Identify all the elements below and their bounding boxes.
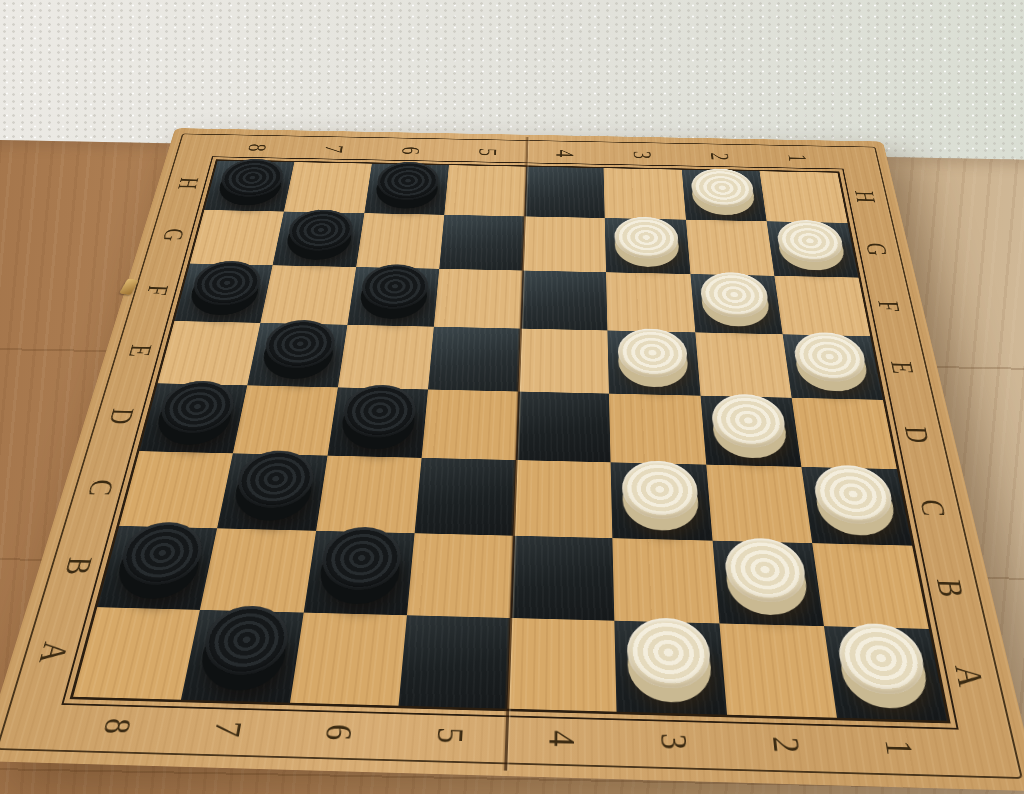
coord-label-e: E xyxy=(91,334,189,368)
square-e6[interactable] xyxy=(337,325,433,390)
square-d7[interactable] xyxy=(233,385,337,455)
coord-label-a: A xyxy=(0,628,113,677)
square-f2[interactable] xyxy=(690,274,782,334)
square-f6[interactable] xyxy=(347,267,439,327)
checkers-board: 87654321 87654321 HGFEDCBA HGFEDCBA xyxy=(0,128,1024,791)
black-checker-h6[interactable] xyxy=(374,169,440,209)
coord-label-g: G xyxy=(129,220,218,249)
coord-label-b: B xyxy=(895,566,1008,611)
square-e4[interactable] xyxy=(518,328,609,393)
coord-label-c: C xyxy=(880,487,987,528)
square-c7[interactable] xyxy=(217,454,327,531)
square-e7[interactable] xyxy=(247,323,347,388)
coord-label-5: 5 xyxy=(418,686,481,787)
square-f7[interactable] xyxy=(261,265,356,325)
coord-label-c: C xyxy=(47,468,154,508)
black-checker-c7[interactable] xyxy=(230,462,315,522)
square-c5[interactable] xyxy=(414,458,516,535)
black-checker-f6[interactable] xyxy=(358,273,430,319)
coord-label-f: F xyxy=(843,290,936,322)
square-g4[interactable] xyxy=(523,217,607,273)
coord-label-3: 3 xyxy=(622,131,664,179)
white-checker-b2[interactable] xyxy=(724,549,811,616)
square-d3[interactable] xyxy=(609,394,706,465)
coord-label-1: 1 xyxy=(774,134,822,183)
white-checker-h2[interactable] xyxy=(691,175,757,215)
square-c2[interactable] xyxy=(706,465,812,543)
square-b5[interactable] xyxy=(407,533,514,618)
square-g2[interactable] xyxy=(686,220,775,276)
square-b2[interactable] xyxy=(712,540,824,626)
square-c4[interactable] xyxy=(513,460,612,538)
square-f3[interactable] xyxy=(606,272,695,332)
square-d6[interactable] xyxy=(327,387,428,458)
coord-label-d: D xyxy=(867,416,969,454)
coord-label-e: E xyxy=(854,351,951,386)
square-c3[interactable] xyxy=(611,463,712,541)
white-checker-d2[interactable] xyxy=(711,403,790,458)
coord-label-2: 2 xyxy=(698,133,743,181)
square-e5[interactable] xyxy=(428,327,521,392)
square-d5[interactable] xyxy=(421,389,518,460)
coord-label-6: 6 xyxy=(388,127,433,175)
black-checker-d6[interactable] xyxy=(339,395,417,450)
coord-label-4: 4 xyxy=(545,130,585,178)
square-e2[interactable] xyxy=(695,332,792,398)
white-checker-c3[interactable] xyxy=(622,471,701,531)
white-checker-e3[interactable] xyxy=(618,337,690,388)
coord-label-4: 4 xyxy=(533,689,591,790)
coord-label-h: H xyxy=(823,183,909,210)
coord-label-b: B xyxy=(22,544,135,588)
black-checker-b6[interactable] xyxy=(316,539,402,605)
square-b7[interactable] xyxy=(200,528,316,612)
coord-label-5: 5 xyxy=(467,128,509,176)
black-checker-e7[interactable] xyxy=(259,330,336,380)
square-e3[interactable] xyxy=(608,330,701,395)
white-checker-g3[interactable] xyxy=(614,224,680,267)
square-f5[interactable] xyxy=(434,269,523,329)
coord-label-d: D xyxy=(70,398,172,435)
square-b6[interactable] xyxy=(303,530,414,615)
coord-label-7: 7 xyxy=(310,126,358,174)
black-checker-g7[interactable] xyxy=(283,218,354,261)
square-g5[interactable] xyxy=(439,215,524,270)
square-c6[interactable] xyxy=(316,456,422,533)
white-checker-f2[interactable] xyxy=(700,280,772,327)
coord-label-h: H xyxy=(145,170,231,197)
square-g3[interactable] xyxy=(605,218,690,274)
square-b3[interactable] xyxy=(613,538,719,623)
scene: 87654321 87654321 HGFEDCBA HGFEDCBA xyxy=(0,0,1024,794)
coord-label-g: G xyxy=(833,235,922,264)
square-g7[interactable] xyxy=(273,212,364,267)
coord-label-a: A xyxy=(911,652,1024,702)
square-f4[interactable] xyxy=(521,270,608,330)
square-b4[interactable] xyxy=(510,535,614,620)
square-g6[interactable] xyxy=(356,213,444,268)
square-d4[interactable] xyxy=(516,392,611,463)
coord-label-3: 3 xyxy=(644,692,707,793)
square-d2[interactable] xyxy=(700,396,801,467)
